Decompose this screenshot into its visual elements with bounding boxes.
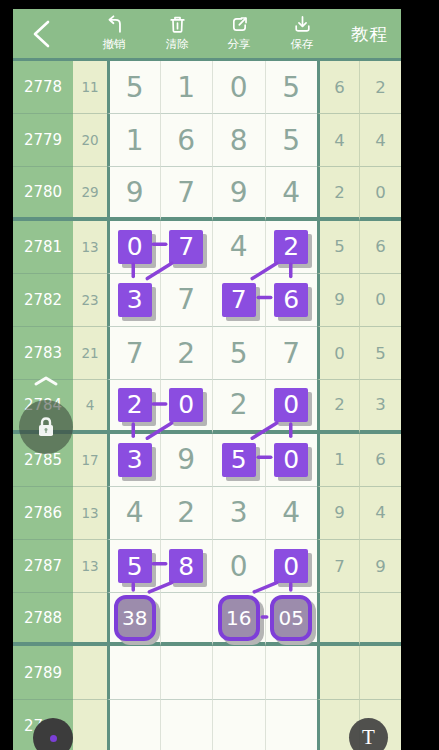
digit-cell[interactable]: 2 [160,327,213,380]
marked-digit-box[interactable]: 3 [118,283,152,317]
share-label: 分享 [228,37,251,52]
clear-button[interactable]: 清除 [151,14,203,52]
sum-cell [73,700,107,750]
digit-cell[interactable]: 7 [160,274,213,327]
stat-cell: 9 [359,540,401,593]
marked-digit-box[interactable]: 6 [274,283,308,317]
header-bar: 撤销 清除 分享 [13,9,401,58]
stat-cell: 4 [359,487,401,540]
sum-cell: 13 [73,540,107,593]
sum-cell: 13 [73,221,107,274]
digit-cell[interactable]: 5 [107,540,160,593]
marked-digit-box[interactable]: 5 [118,549,152,583]
text-tool-button[interactable]: T [349,718,388,750]
digit-cell[interactable]: 1 [107,114,160,167]
stat-cell: 3 [359,380,401,433]
digit-cell[interactable]: 7 [160,167,213,220]
digit-cell[interactable]: 8 [212,114,265,167]
sum-cell [73,593,107,646]
draw-row-2781: 278113074256 [13,221,401,274]
marked-digit-box[interactable]: 0 [274,549,308,583]
draw-row-2778: 277811510562 [13,61,401,114]
stat-cell: 1 [317,434,359,487]
undo-icon [104,14,125,35]
sum-cell: 13 [73,487,107,540]
digit-cell[interactable]: 2 [265,221,318,274]
draw-row-2780: 278029979420 [13,167,401,220]
digit-cell[interactable] [265,700,318,750]
stat-cell: 9 [317,487,359,540]
back-chevron-icon [35,22,48,46]
stat-cell [317,593,359,646]
draw-row-2782: 278223377690 [13,274,401,327]
digit-cell[interactable] [160,593,213,646]
save-button[interactable]: 保存 [276,14,328,52]
marked-digit-box[interactable]: 2 [274,230,308,264]
back-button[interactable] [27,17,57,51]
stat-cell: 0 [359,167,401,220]
marked-digit-box[interactable]: 7 [222,283,256,317]
issue-cell: 2783 [13,327,73,380]
draw-row-2789: 2789 [13,646,401,699]
digit-cell[interactable]: 0 [265,434,318,487]
digit-cell[interactable]: 1 [160,61,213,114]
digit-cell[interactable]: 9 [212,167,265,220]
draw-row-2788: 2788381605 [13,593,401,646]
sum-cell: 23 [73,274,107,327]
save-label: 保存 [291,37,314,52]
issue-cell: 2781 [13,221,73,274]
digit-cell[interactable]: 2 [160,487,213,540]
digit-cell[interactable]: 5 [212,327,265,380]
app-window: 撤销 清除 分享 [13,9,401,750]
digit-cell[interactable]: 5 [265,61,318,114]
issue-cell: 2787 [13,540,73,593]
lock-button[interactable] [19,400,73,454]
stat-cell: 4 [359,114,401,167]
draw-row-2787: 278713580079 [13,540,401,593]
save-icon [292,14,313,35]
stat-cell: 2 [317,380,359,433]
draw-row-2779: 277920168544 [13,114,401,167]
digit-cell[interactable]: 9 [160,434,213,487]
issue-cell: 2780 [13,167,73,220]
stat-cell [359,593,401,646]
stat-cell: 0 [359,274,401,327]
digit-cell[interactable] [107,646,160,699]
digit-cell[interactable]: 2 [107,380,160,433]
digit-cell[interactable]: 7 [212,274,265,327]
stat-cell: 5 [317,221,359,274]
digit-cell[interactable]: 0 [265,380,318,433]
trend-grid: 2778115105622779201685442780299794202781… [13,58,401,750]
digit-cell[interactable]: 9 [107,167,160,220]
issue-cell: 2786 [13,487,73,540]
stat-cell: 2 [317,167,359,220]
digit-cell[interactable]: 05 [265,593,318,646]
digit-cell[interactable]: 3 [107,274,160,327]
issue-cell: 2779 [13,114,73,167]
digit-cell[interactable] [212,700,265,750]
digit-cell[interactable]: 7 [160,221,213,274]
marked-digit-box[interactable]: 2 [118,388,152,422]
digit-cell[interactable] [160,700,213,750]
marked-digit-box[interactable]: 0 [274,443,308,477]
digit-cell[interactable]: 6 [160,114,213,167]
digit-cell[interactable]: 7 [265,327,318,380]
digit-cell[interactable]: 0 [160,380,213,433]
sum-cell: 29 [73,167,107,220]
sum-cell: 20 [73,114,107,167]
stat-cell [317,646,359,699]
phone-screen: 撤销 清除 分享 [0,0,439,750]
digit-cell[interactable]: 5 [107,61,160,114]
digit-cell[interactable] [107,700,160,750]
marked-digit-box[interactable]: 8 [169,549,203,583]
digit-cell[interactable]: 6 [265,274,318,327]
stat-cell: 2 [359,61,401,114]
share-icon [229,14,250,35]
digit-cell[interactable] [212,646,265,699]
sum-cell: 21 [73,327,107,380]
digit-cell[interactable]: 0 [212,61,265,114]
trash-icon [167,14,188,35]
draw-row-2783: 278321725705 [13,327,401,380]
collapse-chevron-icon[interactable] [33,375,59,387]
digit-cell[interactable]: 7 [107,327,160,380]
pen-value-box[interactable]: 05 [270,595,312,641]
digit-cell[interactable]: 4 [265,167,318,220]
issue-cell: 2788 [13,593,73,646]
stat-cell: 0 [317,327,359,380]
digit-cell[interactable]: 5 [212,434,265,487]
stat-cell: 9 [317,274,359,327]
digit-cell[interactable]: 8 [160,540,213,593]
digit-cell[interactable]: 16 [212,593,265,646]
digit-cell[interactable]: 2 [212,380,265,433]
pen-tool-button[interactable] [33,718,73,750]
digit-cell[interactable]: 4 [265,487,318,540]
digit-cell[interactable] [265,646,318,699]
sum-cell [73,646,107,699]
marked-digit-box[interactable]: 5 [222,443,256,477]
digit-cell[interactable]: 38 [107,593,160,646]
stat-cell: 6 [359,221,401,274]
digit-cell[interactable]: 4 [212,221,265,274]
marked-digit-box[interactable]: 3 [118,443,152,477]
tutorial-button[interactable]: 教程 [351,9,388,58]
pen-value-box[interactable]: 38 [114,595,156,641]
digit-cell[interactable] [160,646,213,699]
pen-value-box[interactable]: 16 [218,595,260,641]
share-button[interactable]: 分享 [213,14,265,52]
marked-digit-box[interactable]: 0 [169,388,203,422]
issue-cell: 2778 [13,61,73,114]
marked-digit-box[interactable]: 7 [169,230,203,264]
digit-cell[interactable]: 3 [107,434,160,487]
lock-icon [34,415,58,439]
issue-cell: 2782 [13,274,73,327]
digit-cell[interactable]: 0 [107,221,160,274]
digit-cell[interactable]: 0 [212,540,265,593]
sum-cell: 11 [73,61,107,114]
sum-cell: 17 [73,434,107,487]
sum-cell: 4 [73,380,107,433]
draw-row-2786: 278613423494 [13,487,401,540]
draw-row-2785: 278517395016 [13,434,401,487]
digit-cell[interactable]: 3 [212,487,265,540]
stat-cell: 7 [317,540,359,593]
pen-dot-icon [50,735,57,742]
marked-digit-box[interactable]: 0 [118,230,152,264]
stat-cell: 5 [359,327,401,380]
clear-label: 清除 [166,37,189,52]
marked-digit-box[interactable]: 0 [274,388,308,422]
digit-cell[interactable]: 4 [107,487,160,540]
digit-cell[interactable]: 5 [265,114,318,167]
issue-cell: 2789 [13,646,73,699]
stat-cell: 6 [317,61,359,114]
undo-label: 撤销 [103,37,126,52]
stat-cell [359,646,401,699]
stat-cell: 4 [317,114,359,167]
undo-button[interactable]: 撤销 [88,14,140,52]
stat-cell: 6 [359,434,401,487]
digit-cell[interactable]: 0 [265,540,318,593]
